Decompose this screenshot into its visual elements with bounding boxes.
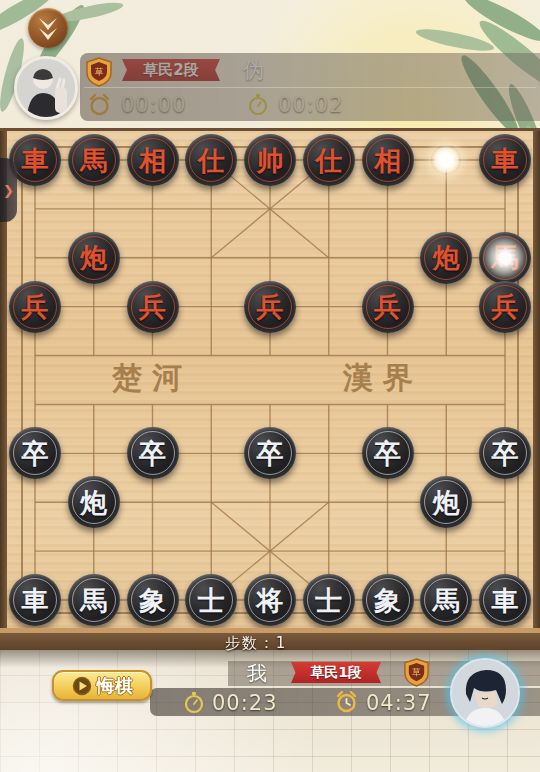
xiangqi-board[interactable]: 楚河 漢界 車馬相仕帅仕相車炮炮馬兵兵兵兵兵卒卒卒卒卒炮炮車馬象士将士象馬車 [0, 128, 540, 650]
piece-black-炮[interactable]: 炮 [68, 476, 120, 528]
piece-glyph: 士 [315, 587, 342, 614]
piece-glyph: 士 [198, 587, 225, 614]
piece-red-兵[interactable]: 兵 [9, 281, 61, 333]
player-avatar[interactable] [450, 658, 520, 728]
piece-glyph: 卒 [374, 440, 401, 467]
piece-glyph: 卒 [257, 440, 284, 467]
piece-red-仕[interactable]: 仕 [303, 134, 355, 186]
player-rank-badge-icon: 草 [404, 658, 429, 687]
piece-red-兵[interactable]: 兵 [244, 281, 296, 333]
svg-text:草: 草 [411, 667, 421, 677]
piece-glyph: 馬 [80, 147, 107, 174]
player-total-time: 04:37 [366, 691, 432, 715]
last-move-origin-marker [431, 145, 461, 175]
opponent-avatar-image [17, 59, 75, 117]
alarm-clock-icon [335, 690, 358, 713]
piece-glyph: 車 [22, 587, 49, 614]
player-rank-ribbon: 草民1段 [291, 662, 381, 683]
piece-glyph: 車 [492, 147, 519, 174]
piece-glyph: 仕 [198, 147, 225, 174]
stopwatch-icon [183, 691, 205, 714]
piece-glyph: 炮 [80, 244, 107, 271]
piece-black-象[interactable]: 象 [362, 574, 414, 626]
piece-glyph: 象 [139, 587, 166, 614]
piece-glyph: 兵 [374, 293, 401, 320]
side-drawer-tab[interactable]: ❯ [0, 158, 17, 222]
opponent-rank-badge-icon: 草 [86, 57, 112, 87]
collapse-button[interactable] [28, 8, 68, 48]
undo-move-button[interactable]: 悔棋 [52, 670, 152, 701]
piece-black-象[interactable]: 象 [127, 574, 179, 626]
player-self-label: 我 [247, 660, 267, 687]
piece-red-仕[interactable]: 仕 [185, 134, 237, 186]
piece-glyph: 兵 [139, 293, 166, 320]
piece-red-相[interactable]: 相 [127, 134, 179, 186]
piece-glyph: 卒 [492, 440, 519, 467]
piece-glyph: 炮 [80, 489, 107, 516]
piece-red-兵[interactable]: 兵 [362, 281, 414, 333]
piece-black-士[interactable]: 士 [185, 574, 237, 626]
piece-red-馬[interactable]: 馬 [68, 134, 120, 186]
piece-glyph: 卒 [22, 440, 49, 467]
piece-black-将[interactable]: 将 [244, 574, 296, 626]
piece-glyph: 車 [22, 147, 49, 174]
piece-black-馬[interactable]: 馬 [68, 574, 120, 626]
move-counter: 步数：1 [0, 634, 512, 653]
piece-black-卒[interactable]: 卒 [362, 427, 414, 479]
piece-red-兵[interactable]: 兵 [127, 281, 179, 333]
piece-glyph: 車 [492, 587, 519, 614]
piece-glyph: 帅 [257, 147, 284, 174]
piece-red-兵[interactable]: 兵 [479, 281, 531, 333]
piece-black-卒[interactable]: 卒 [479, 427, 531, 479]
move-counter-value: 1 [276, 634, 288, 652]
piece-red-炮[interactable]: 炮 [68, 232, 120, 284]
piece-red-車[interactable]: 車 [479, 134, 531, 186]
piece-glyph: 馬 [433, 587, 460, 614]
double-chevron-down-icon [28, 8, 68, 48]
piece-glyph: 相 [374, 147, 401, 174]
piece-black-士[interactable]: 士 [303, 574, 355, 626]
piece-glyph: 将 [257, 587, 284, 614]
piece-red-炮[interactable]: 炮 [420, 232, 472, 284]
piece-glyph: 相 [139, 147, 166, 174]
player-avatar-image [452, 660, 518, 726]
piece-glyph: 卒 [139, 440, 166, 467]
board-edge-top [0, 128, 540, 131]
opponent-panel [80, 53, 540, 121]
player-move-time: 00:23 [212, 691, 278, 715]
svg-text:草: 草 [95, 67, 104, 77]
piece-red-相[interactable]: 相 [362, 134, 414, 186]
opponent-avatar[interactable] [14, 56, 78, 120]
piece-black-車[interactable]: 車 [9, 574, 61, 626]
game-screen: ❯ 草 草民2段 伪 00:00 00:02 楚河 漢界 [0, 0, 540, 772]
piece-glyph: 仕 [315, 147, 342, 174]
chevron-right-icon: ❯ [3, 183, 14, 198]
panel-divider [84, 87, 536, 88]
piece-black-炮[interactable]: 炮 [420, 476, 472, 528]
board-edge-right [533, 128, 540, 630]
piece-glyph: 炮 [433, 489, 460, 516]
piece-black-車[interactable]: 車 [479, 574, 531, 626]
piece-glyph: 炮 [433, 244, 460, 271]
piece-glyph: 象 [374, 587, 401, 614]
undo-button-label: 悔棋 [97, 674, 133, 698]
move-counter-label: 步数： [225, 634, 276, 652]
undo-icon [72, 676, 92, 696]
piece-black-馬[interactable]: 馬 [420, 574, 472, 626]
piece-glyph: 馬 [80, 587, 107, 614]
pieces-layer: 車馬相仕帅仕相車炮炮馬兵兵兵兵兵卒卒卒卒卒炮炮車馬象士将士象馬車 [0, 128, 540, 650]
piece-glyph: 兵 [492, 293, 519, 320]
piece-glyph: 兵 [257, 293, 284, 320]
piece-black-卒[interactable]: 卒 [9, 427, 61, 479]
piece-red-馬[interactable]: 馬 [479, 232, 531, 284]
piece-red-帅[interactable]: 帅 [244, 134, 296, 186]
piece-glyph: 馬 [492, 244, 519, 271]
piece-glyph: 兵 [22, 293, 49, 320]
piece-black-卒[interactable]: 卒 [244, 427, 296, 479]
piece-black-卒[interactable]: 卒 [127, 427, 179, 479]
